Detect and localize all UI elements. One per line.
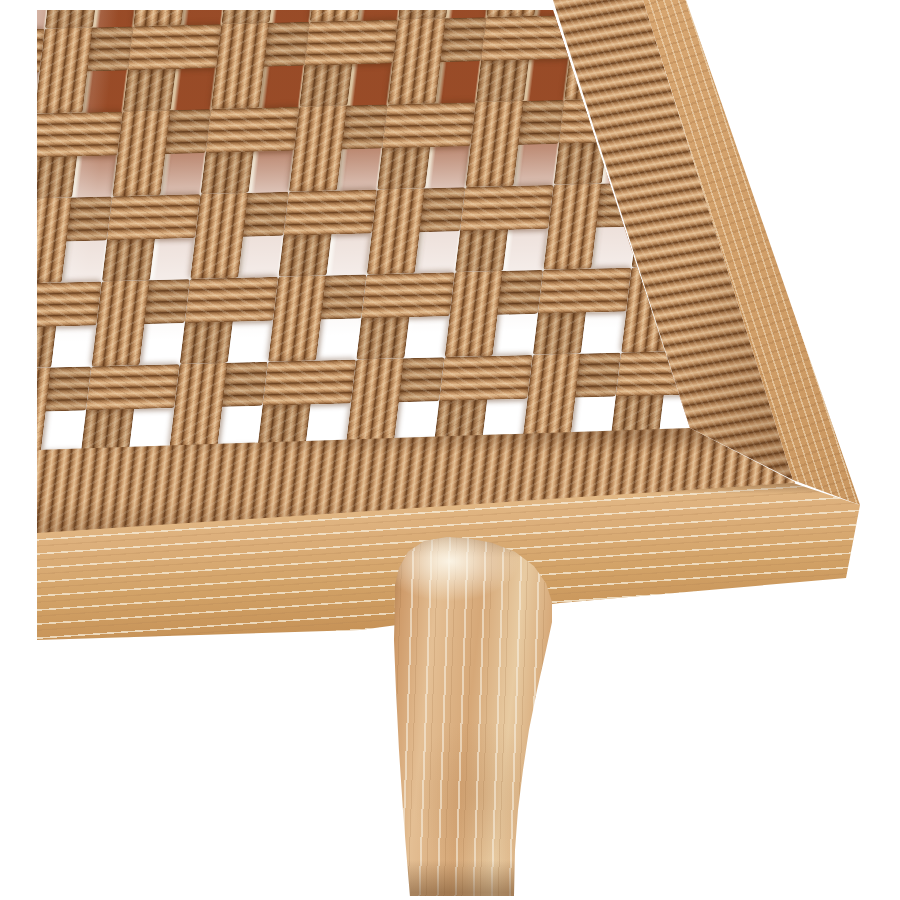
warp-cord-bundle — [112, 110, 171, 196]
warp-cord-bundle — [522, 354, 581, 440]
weave-cell — [190, 192, 289, 279]
weave-cell — [91, 279, 190, 366]
weave-cell — [201, 107, 300, 194]
warp-cord-bundle — [91, 280, 150, 366]
weave-cell — [169, 362, 268, 449]
weft-cord-bundle — [304, 19, 398, 65]
weave-cell — [346, 357, 445, 444]
weft-cord-bundle — [283, 189, 377, 235]
warp-cord-bundle — [190, 193, 249, 279]
weave-cell — [455, 185, 554, 272]
weft-cord-bundle — [538, 268, 632, 314]
weave-cell — [533, 268, 632, 355]
weave-cell — [112, 109, 211, 196]
warp-cord-bundle — [465, 101, 524, 187]
weave-cell — [377, 102, 476, 189]
weft-cord-bundle — [185, 277, 279, 323]
bench-photo — [0, 0, 900, 900]
weft-cord-bundle — [128, 24, 222, 70]
weave-cell — [476, 15, 575, 102]
weave-cell — [445, 270, 544, 357]
warp-cord-bundle — [346, 358, 405, 444]
weave-cell — [102, 194, 201, 281]
warp-cord-bundle — [268, 276, 327, 362]
weave-cell — [356, 272, 455, 359]
weft-cord-bundle — [361, 272, 455, 318]
weft-cord-bundle — [439, 355, 533, 401]
warp-cord-bundle — [169, 363, 228, 449]
warp-cord-bundle — [133, 10, 192, 26]
weft-cord-bundle — [206, 107, 300, 153]
weave-cell — [258, 359, 357, 446]
weave-cell — [180, 277, 279, 364]
warp-cord-bundle — [445, 271, 504, 357]
weft-cord-bundle — [107, 194, 201, 240]
weft-cord-bundle — [86, 364, 180, 410]
weave-cell — [37, 26, 133, 113]
weft-cord-bundle — [37, 281, 102, 327]
weave-cell — [211, 22, 310, 109]
weave-cell — [37, 111, 123, 198]
weave-cell — [522, 353, 621, 440]
bench-leg — [390, 536, 556, 896]
warp-cord-bundle — [45, 10, 104, 29]
weave-cell — [388, 17, 487, 104]
weave-cell — [123, 24, 222, 111]
warp-cord-bundle — [388, 18, 447, 104]
weave-cell — [367, 187, 466, 274]
weave-cell — [81, 364, 180, 451]
weft-cord-bundle — [263, 359, 357, 405]
weave-cell — [289, 104, 388, 191]
weave-cell — [37, 196, 112, 283]
weave-cell — [268, 274, 367, 361]
weave-cell — [434, 355, 533, 442]
warp-cord-bundle — [543, 184, 602, 270]
warp-cord-bundle — [289, 106, 348, 192]
warp-cord-bundle — [367, 188, 426, 274]
warp-cord-bundle — [211, 23, 270, 109]
weave-cell — [465, 100, 564, 187]
warp-cord-bundle — [37, 27, 93, 113]
weft-cord-bundle — [382, 102, 476, 148]
weave-cell — [299, 19, 398, 106]
weft-cord-bundle — [37, 111, 123, 157]
weft-cord-bundle — [460, 185, 554, 231]
weave-cell — [278, 189, 377, 276]
